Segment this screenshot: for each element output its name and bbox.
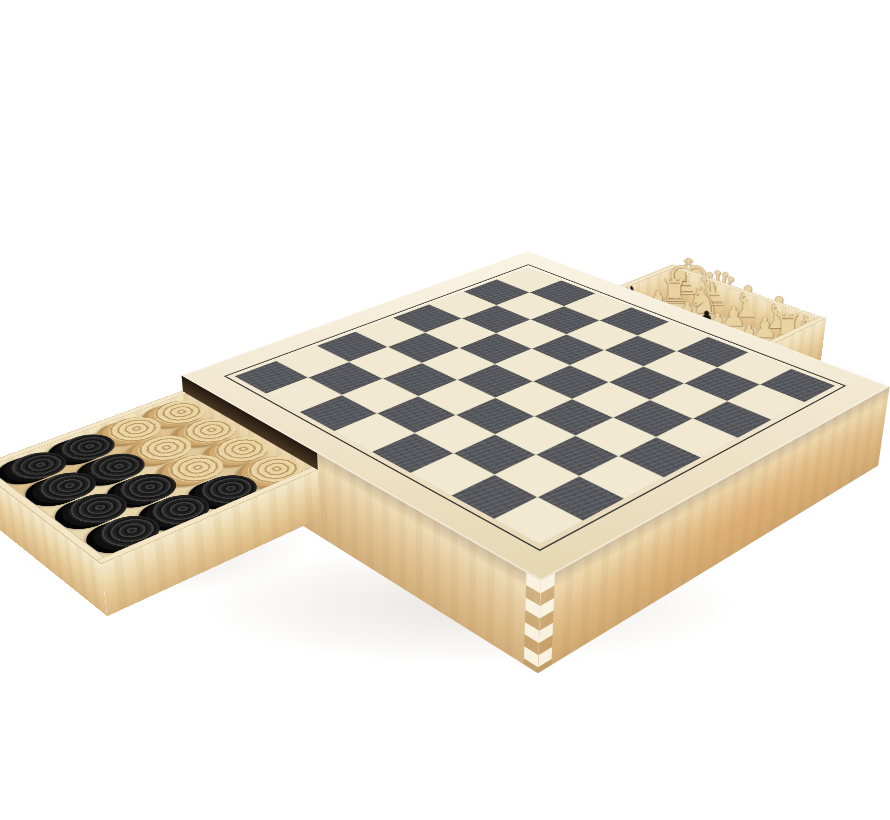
board-square	[267, 378, 342, 412]
board-square	[496, 381, 572, 415]
product-photo-stage: ♜♚♛♝♟♝♞♜♟♟♞♟♟♟♟♟♟♟♟♟♟♜♞♟♟♟♜♚♛♝♝♞	[0, 0, 890, 820]
scene-3d: ♜♚♛♝♟♝♞♜♟♟♞♟♟♟♟♟♟♟♟♟♟♜♞♟♟♟♜♚♛♝♝♞	[0, 0, 890, 820]
board-square	[573, 382, 649, 416]
